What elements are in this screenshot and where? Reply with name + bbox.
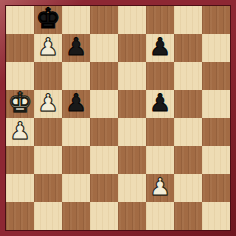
square-b1[interactable]: [34, 202, 62, 230]
square-g2[interactable]: [174, 174, 202, 202]
square-h6[interactable]: [202, 62, 230, 90]
square-f1[interactable]: [146, 202, 174, 230]
square-d1[interactable]: [90, 202, 118, 230]
square-b8[interactable]: ♚: [34, 6, 62, 34]
square-a1[interactable]: [6, 202, 34, 230]
square-h7[interactable]: [202, 34, 230, 62]
square-g3[interactable]: [174, 146, 202, 174]
square-c7[interactable]: ♟: [62, 34, 90, 62]
square-f7[interactable]: ♟: [146, 34, 174, 62]
square-e3[interactable]: [118, 146, 146, 174]
square-g1[interactable]: [174, 202, 202, 230]
square-e6[interactable]: [118, 62, 146, 90]
square-c1[interactable]: [62, 202, 90, 230]
black-king-b8[interactable]: ♚: [35, 5, 60, 33]
square-a4[interactable]: ♟: [6, 118, 34, 146]
square-f2[interactable]: ♟: [146, 174, 174, 202]
white-pawn-b7[interactable]: ♟: [37, 35, 59, 59]
square-c4[interactable]: [62, 118, 90, 146]
square-a2[interactable]: [6, 174, 34, 202]
square-a5[interactable]: ♚: [6, 90, 34, 118]
square-a3[interactable]: [6, 146, 34, 174]
square-e5[interactable]: [118, 90, 146, 118]
square-d2[interactable]: [90, 174, 118, 202]
square-f8[interactable]: [146, 6, 174, 34]
square-b2[interactable]: [34, 174, 62, 202]
chess-board-frame: ♚♟♟♟♚♟♟♟♟♟: [0, 0, 236, 236]
square-e8[interactable]: [118, 6, 146, 34]
chess-board: ♚♟♟♟♚♟♟♟♟♟: [6, 6, 230, 230]
square-b3[interactable]: [34, 146, 62, 174]
square-c5[interactable]: ♟: [62, 90, 90, 118]
square-d3[interactable]: [90, 146, 118, 174]
square-e1[interactable]: [118, 202, 146, 230]
square-d8[interactable]: [90, 6, 118, 34]
square-e4[interactable]: [118, 118, 146, 146]
white-pawn-b5[interactable]: ♟: [37, 91, 59, 115]
square-c2[interactable]: [62, 174, 90, 202]
square-a7[interactable]: [6, 34, 34, 62]
square-h3[interactable]: [202, 146, 230, 174]
white-king-a5[interactable]: ♚: [7, 89, 32, 117]
square-f6[interactable]: [146, 62, 174, 90]
black-pawn-c5[interactable]: ♟: [65, 91, 87, 115]
square-h5[interactable]: [202, 90, 230, 118]
square-g6[interactable]: [174, 62, 202, 90]
white-pawn-a4[interactable]: ♟: [9, 119, 31, 143]
black-pawn-f5[interactable]: ♟: [149, 91, 171, 115]
square-h2[interactable]: [202, 174, 230, 202]
square-g4[interactable]: [174, 118, 202, 146]
square-d7[interactable]: [90, 34, 118, 62]
square-f4[interactable]: [146, 118, 174, 146]
square-b5[interactable]: ♟: [34, 90, 62, 118]
square-d6[interactable]: [90, 62, 118, 90]
black-pawn-c7[interactable]: ♟: [65, 35, 87, 59]
square-e7[interactable]: [118, 34, 146, 62]
square-f5[interactable]: ♟: [146, 90, 174, 118]
square-f3[interactable]: [146, 146, 174, 174]
square-a8[interactable]: [6, 6, 34, 34]
black-pawn-f7[interactable]: ♟: [149, 35, 171, 59]
square-c8[interactable]: [62, 6, 90, 34]
square-c6[interactable]: [62, 62, 90, 90]
square-g8[interactable]: [174, 6, 202, 34]
square-h8[interactable]: [202, 6, 230, 34]
square-d5[interactable]: [90, 90, 118, 118]
square-b4[interactable]: [34, 118, 62, 146]
square-b6[interactable]: [34, 62, 62, 90]
square-d4[interactable]: [90, 118, 118, 146]
square-g5[interactable]: [174, 90, 202, 118]
square-h4[interactable]: [202, 118, 230, 146]
square-e2[interactable]: [118, 174, 146, 202]
square-b7[interactable]: ♟: [34, 34, 62, 62]
white-pawn-f2[interactable]: ♟: [149, 175, 171, 199]
square-c3[interactable]: [62, 146, 90, 174]
square-g7[interactable]: [174, 34, 202, 62]
square-h1[interactable]: [202, 202, 230, 230]
